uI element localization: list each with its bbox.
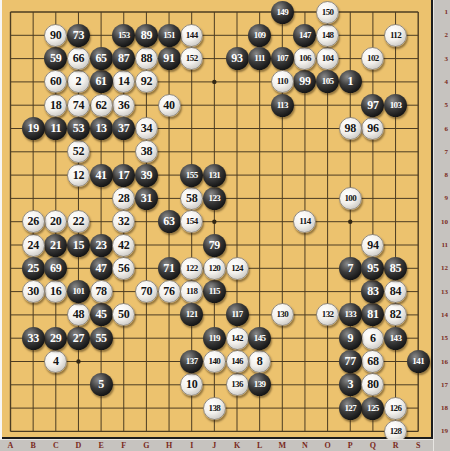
star-point-J10 <box>212 220 216 224</box>
stone-white-120-J12[interactable]: 120 <box>203 257 226 280</box>
stone-white-28-F9[interactable]: 28 <box>112 187 135 210</box>
stone-black-41-E8[interactable]: 41 <box>90 164 113 187</box>
stone-white-18-C5[interactable]: 18 <box>44 94 67 117</box>
stone-white-8-L16[interactable]: 8 <box>248 350 271 373</box>
stone-black-109-L2[interactable]: 109 <box>248 24 271 47</box>
row-label-18: 18 <box>441 404 448 412</box>
col-label-N: N <box>302 441 308 451</box>
row-coordinate-strip: 12345678910111213141516171819 <box>433 0 450 451</box>
col-label-R: R <box>393 441 399 451</box>
row-label-4: 4 <box>445 78 449 86</box>
stone-black-93-K3[interactable]: 93 <box>226 47 249 70</box>
stone-black-23-E11[interactable]: 23 <box>90 234 113 257</box>
stone-white-34-G6[interactable]: 34 <box>135 117 158 140</box>
stone-black-39-G8[interactable]: 39 <box>135 164 158 187</box>
col-label-G: G <box>143 441 149 451</box>
col-label-E: E <box>98 441 103 451</box>
stone-black-31-G9[interactable]: 31 <box>135 187 158 210</box>
col-label-A: A <box>8 441 14 451</box>
stone-white-146-K16[interactable]: 146 <box>226 350 249 373</box>
col-label-J: J <box>212 441 216 451</box>
stone-black-127-P18[interactable]: 127 <box>339 397 362 420</box>
stone-black-17-F8[interactable]: 17 <box>112 164 135 187</box>
col-label-B: B <box>30 441 35 451</box>
col-label-K: K <box>234 441 240 451</box>
row-label-17: 17 <box>441 381 448 389</box>
stone-black-143-R15[interactable]: 143 <box>384 327 407 350</box>
stone-black-125-Q18[interactable]: 125 <box>361 397 384 420</box>
stone-white-100-P9[interactable]: 100 <box>339 187 362 210</box>
col-label-L: L <box>257 441 262 451</box>
row-label-15: 15 <box>441 334 448 342</box>
stone-white-112-R2[interactable]: 112 <box>384 24 407 47</box>
stone-white-76-H13[interactable]: 76 <box>158 280 181 303</box>
stone-black-153-F2[interactable]: 153 <box>112 24 135 47</box>
stone-black-33-B15[interactable]: 33 <box>22 327 45 350</box>
stone-black-123-J9[interactable]: 123 <box>203 187 226 210</box>
stone-white-58-I9[interactable]: 58 <box>180 187 203 210</box>
row-label-19: 19 <box>441 427 448 435</box>
stone-white-66-D3[interactable]: 66 <box>67 47 90 70</box>
stone-white-30-B13[interactable]: 30 <box>22 280 45 303</box>
stone-black-119-J15[interactable]: 119 <box>203 327 226 350</box>
col-label-M: M <box>279 441 287 451</box>
stone-black-27-D15[interactable]: 27 <box>67 327 90 350</box>
stone-white-22-D10[interactable]: 22 <box>67 210 90 233</box>
stone-white-90-C2[interactable]: 90 <box>44 24 67 47</box>
stone-black-63-H10[interactable]: 63 <box>158 210 181 233</box>
row-label-13: 13 <box>441 288 448 296</box>
stone-black-117-K14[interactable]: 117 <box>226 303 249 326</box>
stone-black-145-L15[interactable]: 145 <box>248 327 271 350</box>
row-label-14: 14 <box>441 311 448 319</box>
col-label-Q: Q <box>370 441 376 451</box>
stone-white-24-B11[interactable]: 24 <box>22 234 45 257</box>
stone-black-25-B12[interactable]: 25 <box>22 257 45 280</box>
stone-black-55-E15[interactable]: 55 <box>90 327 113 350</box>
stone-white-88-G3[interactable]: 88 <box>135 47 158 70</box>
stone-white-124-K12[interactable]: 124 <box>226 257 249 280</box>
stone-black-141-S16[interactable]: 141 <box>407 350 430 373</box>
stone-white-56-F12[interactable]: 56 <box>112 257 135 280</box>
stone-white-40-H5[interactable]: 40 <box>158 94 181 117</box>
col-label-S: S <box>416 441 420 451</box>
stone-black-21-C11[interactable]: 21 <box>44 234 67 257</box>
stone-black-131-J8[interactable]: 131 <box>203 164 226 187</box>
stone-black-53-D6[interactable]: 53 <box>67 117 90 140</box>
stone-black-115-J13[interactable]: 115 <box>203 280 226 303</box>
row-label-6: 6 <box>445 125 449 133</box>
stone-black-85-R12[interactable]: 85 <box>384 257 407 280</box>
stone-black-101-D13[interactable]: 101 <box>67 280 90 303</box>
row-label-7: 7 <box>445 148 449 156</box>
stone-white-142-K15[interactable]: 142 <box>226 327 249 350</box>
stone-black-1-P4[interactable]: 1 <box>339 70 362 93</box>
row-label-3: 3 <box>445 55 449 63</box>
row-label-12: 12 <box>441 264 448 272</box>
stone-black-29-C15[interactable]: 29 <box>44 327 67 350</box>
stone-black-61-E4[interactable]: 61 <box>90 70 113 93</box>
column-coordinate-strip: ABCDEFGHIJKLMNOPQRS <box>0 439 433 451</box>
stone-white-150-O1[interactable]: 150 <box>316 1 339 24</box>
stone-white-84-R13[interactable]: 84 <box>384 280 407 303</box>
col-label-H: H <box>166 441 172 451</box>
stone-black-15-D11[interactable]: 15 <box>67 234 90 257</box>
stone-white-6-Q15[interactable]: 6 <box>361 327 384 350</box>
row-label-5: 5 <box>445 101 449 109</box>
stone-white-126-R18[interactable]: 126 <box>384 397 407 420</box>
stone-white-148-O2[interactable]: 148 <box>316 24 339 47</box>
stone-black-79-J11[interactable]: 79 <box>203 234 226 257</box>
stone-black-71-H12[interactable]: 71 <box>158 257 181 280</box>
row-label-2: 2 <box>445 31 449 39</box>
star-point-D16 <box>76 359 80 363</box>
stone-white-36-F5[interactable]: 36 <box>112 94 135 117</box>
stone-black-151-H2[interactable]: 151 <box>158 24 181 47</box>
stone-black-19-B6[interactable]: 19 <box>22 117 45 140</box>
stone-black-3-P17[interactable]: 3 <box>339 373 362 396</box>
stone-black-149-M1[interactable]: 149 <box>271 1 294 24</box>
stone-white-94-Q11[interactable]: 94 <box>361 234 384 257</box>
stone-black-89-G2[interactable]: 89 <box>135 24 158 47</box>
stone-white-140-J16[interactable]: 140 <box>203 350 226 373</box>
stone-white-12-D8[interactable]: 12 <box>67 164 90 187</box>
row-label-10: 10 <box>441 218 448 226</box>
stone-black-45-E14[interactable]: 45 <box>90 303 113 326</box>
stone-black-97-Q5[interactable]: 97 <box>361 94 384 117</box>
stone-black-9-P15[interactable]: 9 <box>339 327 362 350</box>
stone-black-5-E17[interactable]: 5 <box>90 373 113 396</box>
stone-black-107-M3[interactable]: 107 <box>271 47 294 70</box>
stone-black-133-P14[interactable]: 133 <box>339 303 362 326</box>
stone-white-26-B10[interactable]: 26 <box>22 210 45 233</box>
stone-white-42-F11[interactable]: 42 <box>112 234 135 257</box>
stone-white-62-E5[interactable]: 62 <box>90 94 113 117</box>
stone-black-91-H3[interactable]: 91 <box>158 47 181 70</box>
stone-white-144-I2[interactable]: 144 <box>180 24 203 47</box>
stone-white-98-P6[interactable]: 98 <box>339 117 362 140</box>
star-point-J4 <box>212 80 216 84</box>
stone-black-47-E12[interactable]: 47 <box>90 257 113 280</box>
star-point-P10 <box>348 220 352 224</box>
stone-white-74-D5[interactable]: 74 <box>67 94 90 117</box>
stone-white-78-E13[interactable]: 78 <box>90 280 113 303</box>
go-game-record-screen: 1234567891011121314151617181920212223242… <box>0 0 450 451</box>
stone-white-138-J18[interactable]: 138 <box>203 397 226 420</box>
stone-black-73-D2[interactable]: 73 <box>67 24 90 47</box>
row-label-16: 16 <box>441 358 448 366</box>
go-board[interactable]: 1234567891011121314151617181920212223242… <box>2 0 433 439</box>
col-label-I: I <box>190 441 193 451</box>
col-label-P: P <box>348 441 353 451</box>
stone-black-65-E3[interactable]: 65 <box>90 47 113 70</box>
row-label-9: 9 <box>445 194 449 202</box>
stone-white-122-I12[interactable]: 122 <box>180 257 203 280</box>
col-label-F: F <box>121 441 126 451</box>
stone-black-13-E6[interactable]: 13 <box>90 117 113 140</box>
col-label-D: D <box>76 441 82 451</box>
row-label-11: 11 <box>441 241 448 249</box>
stone-white-70-G13[interactable]: 70 <box>135 280 158 303</box>
col-label-C: C <box>53 441 59 451</box>
stone-black-77-P16[interactable]: 77 <box>339 350 362 373</box>
stone-black-103-R5[interactable]: 103 <box>384 94 407 117</box>
col-label-O: O <box>324 441 330 451</box>
stone-black-7-P12[interactable]: 7 <box>339 257 362 280</box>
stone-black-155-I8[interactable]: 155 <box>180 164 203 187</box>
row-label-1: 1 <box>445 8 449 16</box>
stone-black-113-M5[interactable]: 113 <box>271 94 294 117</box>
stone-black-69-C12[interactable]: 69 <box>44 257 67 280</box>
row-label-8: 8 <box>445 171 449 179</box>
stone-white-136-K17[interactable]: 136 <box>226 373 249 396</box>
